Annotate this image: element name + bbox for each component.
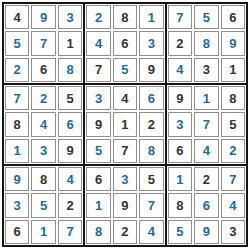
- sudoku-cell-r7c5[interactable]: 3: [113, 167, 137, 191]
- sudoku-box-6: 918375642: [167, 85, 246, 164]
- sudoku-cell-r2c7[interactable]: 2: [168, 31, 192, 55]
- sudoku-box-5: 346912578: [85, 85, 164, 164]
- sudoku-cell-r5c2[interactable]: 4: [31, 112, 55, 136]
- sudoku-cell-r3c9[interactable]: 1: [221, 58, 245, 82]
- sudoku-cell-r4c4[interactable]: 3: [86, 86, 110, 110]
- sudoku-cell-r9c6[interactable]: 4: [139, 220, 163, 244]
- sudoku-cell-r9c9[interactable]: 3: [221, 220, 245, 244]
- sudoku-cell-r6c5[interactable]: 7: [113, 139, 137, 163]
- sudoku-cell-r1c9[interactable]: 6: [221, 5, 245, 29]
- sudoku-cell-r2c9[interactable]: 9: [221, 31, 245, 55]
- sudoku-cell-r7c3[interactable]: 4: [58, 167, 82, 191]
- sudoku-cell-r8c9[interactable]: 4: [221, 193, 245, 217]
- sudoku-cell-r3c1[interactable]: 2: [5, 58, 29, 82]
- sudoku-cell-r8c5[interactable]: 9: [113, 193, 137, 217]
- sudoku-cell-r6c8[interactable]: 4: [194, 139, 218, 163]
- sudoku-cell-r8c6[interactable]: 7: [139, 193, 163, 217]
- sudoku-cell-r1c2[interactable]: 9: [31, 5, 55, 29]
- sudoku-box-9: 127864593: [167, 166, 246, 245]
- sudoku-cell-r8c1[interactable]: 3: [5, 193, 29, 217]
- sudoku-cell-r8c4[interactable]: 1: [86, 193, 110, 217]
- sudoku-cell-r6c2[interactable]: 3: [31, 139, 55, 163]
- sudoku-cell-r6c1[interactable]: 1: [5, 139, 29, 163]
- sudoku-cell-r4c5[interactable]: 4: [113, 86, 137, 110]
- sudoku-cell-r5c8[interactable]: 7: [194, 112, 218, 136]
- sudoku-cell-r2c2[interactable]: 7: [31, 31, 55, 55]
- sudoku-cell-r6c4[interactable]: 5: [86, 139, 110, 163]
- sudoku-cell-r1c7[interactable]: 7: [168, 5, 192, 29]
- sudoku-cell-r8c3[interactable]: 2: [58, 193, 82, 217]
- sudoku-cell-r2c6[interactable]: 3: [139, 31, 163, 55]
- sudoku-cell-r7c2[interactable]: 8: [31, 167, 55, 191]
- sudoku-cell-r3c7[interactable]: 4: [168, 58, 192, 82]
- sudoku-cell-r7c6[interactable]: 5: [139, 167, 163, 191]
- sudoku-cell-r8c8[interactable]: 6: [194, 193, 218, 217]
- sudoku-board: 4935712682814637597562894317258461393469…: [2, 2, 248, 247]
- sudoku-cell-r3c4[interactable]: 7: [86, 58, 110, 82]
- sudoku-cell-r3c5[interactable]: 5: [113, 58, 137, 82]
- sudoku-cell-r6c9[interactable]: 2: [221, 139, 245, 163]
- sudoku-cell-r1c3[interactable]: 3: [58, 5, 82, 29]
- sudoku-cell-r1c8[interactable]: 5: [194, 5, 218, 29]
- sudoku-cell-r4c7[interactable]: 9: [168, 86, 192, 110]
- sudoku-cell-r8c7[interactable]: 8: [168, 193, 192, 217]
- sudoku-cell-r7c9[interactable]: 7: [221, 167, 245, 191]
- sudoku-cell-r5c4[interactable]: 9: [86, 112, 110, 136]
- sudoku-cell-r3c6[interactable]: 9: [139, 58, 163, 82]
- sudoku-cell-r2c8[interactable]: 8: [194, 31, 218, 55]
- sudoku-cell-r6c6[interactable]: 8: [139, 139, 163, 163]
- sudoku-cell-r9c4[interactable]: 8: [86, 220, 110, 244]
- sudoku-cell-r4c8[interactable]: 1: [194, 86, 218, 110]
- sudoku-cell-r8c2[interactable]: 5: [31, 193, 55, 217]
- sudoku-cell-r4c6[interactable]: 6: [139, 86, 163, 110]
- sudoku-cell-r2c5[interactable]: 6: [113, 31, 137, 55]
- sudoku-box-8: 635197824: [85, 166, 164, 245]
- sudoku-cell-r9c5[interactable]: 2: [113, 220, 137, 244]
- sudoku-cell-r4c9[interactable]: 8: [221, 86, 245, 110]
- sudoku-cell-r7c8[interactable]: 2: [194, 167, 218, 191]
- sudoku-cell-r2c1[interactable]: 5: [5, 31, 29, 55]
- sudoku-cell-r9c3[interactable]: 7: [58, 220, 82, 244]
- sudoku-cell-r4c1[interactable]: 7: [5, 86, 29, 110]
- sudoku-cell-r1c1[interactable]: 4: [5, 5, 29, 29]
- sudoku-cell-r1c5[interactable]: 8: [113, 5, 137, 29]
- sudoku-box-4: 725846139: [4, 85, 83, 164]
- sudoku-box-7: 984352617: [4, 166, 83, 245]
- sudoku-cell-r3c8[interactable]: 3: [194, 58, 218, 82]
- sudoku-cell-r5c9[interactable]: 5: [221, 112, 245, 136]
- sudoku-cell-r4c3[interactable]: 5: [58, 86, 82, 110]
- sudoku-cell-r7c4[interactable]: 6: [86, 167, 110, 191]
- sudoku-cell-r3c3[interactable]: 8: [58, 58, 82, 82]
- sudoku-cell-r9c1[interactable]: 6: [5, 220, 29, 244]
- sudoku-cell-r1c4[interactable]: 2: [86, 5, 110, 29]
- sudoku-box-3: 756289431: [167, 4, 246, 83]
- sudoku-cell-r6c7[interactable]: 6: [168, 139, 192, 163]
- sudoku-cell-r9c2[interactable]: 1: [31, 220, 55, 244]
- sudoku-cell-r5c1[interactable]: 8: [5, 112, 29, 136]
- sudoku-cell-r4c2[interactable]: 2: [31, 86, 55, 110]
- sudoku-cell-r7c1[interactable]: 9: [5, 167, 29, 191]
- sudoku-cell-r9c8[interactable]: 9: [194, 220, 218, 244]
- sudoku-cell-r6c3[interactable]: 9: [58, 139, 82, 163]
- sudoku-cell-r5c6[interactable]: 2: [139, 112, 163, 136]
- sudoku-cell-r7c7[interactable]: 1: [168, 167, 192, 191]
- sudoku-cell-r9c7[interactable]: 5: [168, 220, 192, 244]
- sudoku-cell-r5c3[interactable]: 6: [58, 112, 82, 136]
- sudoku-cell-r5c7[interactable]: 3: [168, 112, 192, 136]
- sudoku-cell-r2c3[interactable]: 1: [58, 31, 82, 55]
- sudoku-cell-r3c2[interactable]: 6: [31, 58, 55, 82]
- sudoku-cell-r5c5[interactable]: 1: [113, 112, 137, 136]
- sudoku-box-1: 493571268: [4, 4, 83, 83]
- sudoku-cell-r1c6[interactable]: 1: [139, 5, 163, 29]
- sudoku-cell-r2c4[interactable]: 4: [86, 31, 110, 55]
- sudoku-box-2: 281463759: [85, 4, 164, 83]
